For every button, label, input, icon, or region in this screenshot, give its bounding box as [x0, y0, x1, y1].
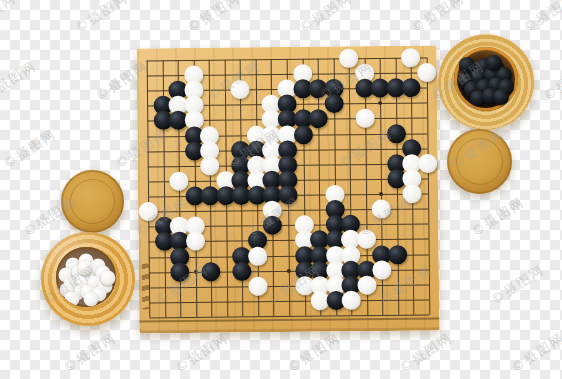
- watermark-text: ©摄图网: [408, 0, 468, 37]
- watermark-text: ©摄图网: [60, 329, 120, 377]
- bowl-stone-white: [65, 292, 80, 307]
- scene: ©摄图网©摄图网©摄图网©摄图网©摄图网©摄图网©摄图网©摄图网©摄图网©摄图网…: [0, 0, 562, 379]
- grid-line: [149, 315, 429, 319]
- watermark-text: ©摄图网: [72, 0, 132, 37]
- star-point: [287, 269, 291, 273]
- watermark-text: ©摄图网: [488, 261, 548, 309]
- stone-white: [186, 232, 205, 251]
- go-board: [137, 45, 440, 333]
- bowl-stone-white: [78, 261, 93, 276]
- watermark-text: ©摄图网: [396, 329, 456, 377]
- stone-black: [201, 262, 220, 281]
- stone-white: [169, 171, 188, 190]
- watermark-text: ©摄图网: [296, 0, 356, 37]
- stone-black: [170, 262, 189, 281]
- watermark-text: ©摄图网: [0, 125, 60, 173]
- stone-black: [293, 125, 312, 144]
- grid-line: [427, 58, 431, 315]
- stone-white: [339, 49, 358, 68]
- watermark-text: ©摄图网: [172, 329, 232, 377]
- white-stone-bowl: [41, 232, 135, 326]
- stone-white: [248, 246, 267, 265]
- black-bowl-opening: [454, 47, 518, 111]
- bowl-stone-white: [84, 292, 99, 307]
- stone-white: [342, 291, 361, 310]
- stone-white: [357, 230, 376, 249]
- stone-black: [309, 110, 328, 129]
- stone-white: [373, 260, 392, 279]
- stone-white: [357, 275, 376, 294]
- watermark-text: ©摄图网: [184, 0, 244, 37]
- white-bowl-lid: [61, 170, 124, 233]
- board-grid: [147, 58, 430, 318]
- stone-white: [372, 200, 391, 219]
- watermark-text: ©摄图网: [508, 329, 562, 377]
- stone-white: [417, 63, 436, 82]
- watermark-text: ©摄图网: [0, 57, 40, 105]
- black-bowl-lid: [447, 129, 512, 194]
- watermark-text: ©摄图网: [540, 57, 562, 105]
- black-stone-bowl: [438, 34, 534, 130]
- watermark-text: ©摄图网: [468, 193, 528, 241]
- stone-white: [139, 202, 158, 221]
- star-point: [193, 270, 197, 274]
- white-bowl-opening: [56, 247, 116, 307]
- watermark-text: ©摄图网: [0, 0, 20, 37]
- stone-white: [231, 80, 250, 99]
- stone-white: [248, 276, 267, 295]
- star-point: [378, 101, 382, 105]
- stone-black: [388, 245, 407, 264]
- stone-white: [401, 48, 420, 67]
- stone-white: [418, 154, 437, 173]
- stone-black: [233, 262, 252, 281]
- bowl-stone-black: [486, 55, 502, 71]
- stone-black: [278, 185, 297, 204]
- stone-black: [387, 124, 406, 143]
- watermark-text: ©摄图网: [520, 0, 562, 37]
- stone-black: [402, 78, 421, 97]
- star-point: [379, 192, 383, 196]
- stone-white: [403, 184, 422, 203]
- bowl-stone-white: [101, 271, 116, 286]
- watermark-text: ©摄图网: [284, 329, 344, 377]
- stone-black: [324, 94, 343, 113]
- stone-black: [263, 216, 282, 235]
- bowl-stone-black: [459, 57, 475, 73]
- stone-white: [200, 156, 219, 175]
- bowl-stone-black: [493, 89, 509, 105]
- stone-white: [355, 109, 374, 128]
